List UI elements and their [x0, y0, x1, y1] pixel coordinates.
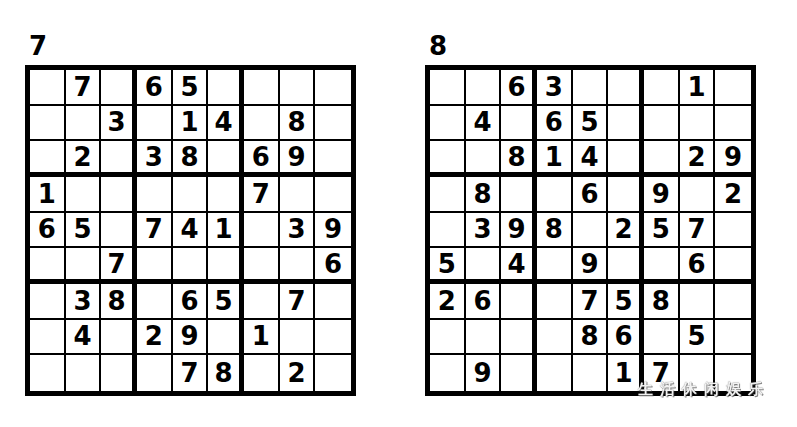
sudoku-cell-r7c9[interactable]: [715, 284, 751, 320]
sudoku-cell-r7c2[interactable]: 3: [66, 284, 102, 320]
sudoku-cell-r8c7[interactable]: 1: [244, 320, 280, 356]
sudoku-cell-r4c8[interactable]: [680, 177, 716, 213]
sudoku-cell-r5c9[interactable]: [715, 213, 751, 249]
sudoku-cell-r3c1[interactable]: [30, 141, 66, 177]
sudoku-cell-r3c9[interactable]: [315, 141, 351, 177]
sudoku-cell-r8c4[interactable]: 2: [137, 320, 173, 356]
sudoku-cell-r6c5[interactable]: 9: [573, 248, 609, 284]
sudoku-cell-r9c8[interactable]: 2: [280, 355, 316, 391]
sudoku-cell-r4c6[interactable]: [608, 177, 644, 213]
sudoku-cell-r6c8[interactable]: [280, 248, 316, 284]
sudoku-cell-r4c1[interactable]: [430, 177, 466, 213]
sudoku-cell-r6c2[interactable]: [66, 248, 102, 284]
sudoku-cell-r9c5[interactable]: [573, 355, 609, 391]
sudoku-cell-r4c2[interactable]: 8: [466, 177, 502, 213]
sudoku-cell-r7c2[interactable]: 6: [466, 284, 502, 320]
sudoku-cell-r8c8[interactable]: 5: [680, 320, 716, 356]
sudoku-cell-r2c1[interactable]: [30, 106, 66, 142]
sudoku-cell-r7c8[interactable]: 7: [280, 284, 316, 320]
sudoku-cell-r1c2[interactable]: [466, 70, 502, 106]
sudoku-cell-r4c4[interactable]: [537, 177, 573, 213]
sudoku-cell-r3c2[interactable]: [466, 141, 502, 177]
sudoku-cell-r8c4[interactable]: [537, 320, 573, 356]
sudoku-cell-r2c4[interactable]: 6: [537, 106, 573, 142]
sudoku-cell-r3c4[interactable]: 1: [537, 141, 573, 177]
sudoku-cell-r3c5[interactable]: 8: [173, 141, 209, 177]
sudoku-cell-r1c2[interactable]: 7: [66, 70, 102, 106]
sudoku-cell-r8c5[interactable]: 9: [173, 320, 209, 356]
sudoku-cell-r6c7[interactable]: [244, 248, 280, 284]
sudoku-cell-r1c9[interactable]: [315, 70, 351, 106]
sudoku-cell-r3c1[interactable]: [430, 141, 466, 177]
sudoku-cell-r6c4[interactable]: [537, 248, 573, 284]
sudoku-cell-r8c5[interactable]: 8: [573, 320, 609, 356]
sudoku-cell-r2c6[interactable]: [608, 106, 644, 142]
sudoku-cell-r5c9[interactable]: 9: [315, 213, 351, 249]
sudoku-cell-r1c7[interactable]: [644, 70, 680, 106]
sudoku-cell-r5c8[interactable]: 3: [280, 213, 316, 249]
sudoku-cell-r7c6[interactable]: 5: [608, 284, 644, 320]
sudoku-cell-r1c8[interactable]: 1: [680, 70, 716, 106]
sudoku-cell-r5c3[interactable]: [101, 213, 137, 249]
sudoku-cell-r2c9[interactable]: [715, 106, 751, 142]
sudoku-cell-r2c3[interactable]: 3: [101, 106, 137, 142]
sudoku-cell-r8c9[interactable]: [715, 320, 751, 356]
sudoku-cell-r1c5[interactable]: [573, 70, 609, 106]
sudoku-cell-r5c1[interactable]: [430, 213, 466, 249]
sudoku-cell-r7c1[interactable]: [30, 284, 66, 320]
sudoku-cell-r6c6[interactable]: [208, 248, 244, 284]
sudoku-cell-r9c7[interactable]: [244, 355, 280, 391]
sudoku-cell-r7c4[interactable]: [537, 284, 573, 320]
sudoku-cell-r1c3[interactable]: [101, 70, 137, 106]
sudoku-cell-r4c2[interactable]: [66, 177, 102, 213]
sudoku-cell-r9c8[interactable]: [680, 355, 716, 391]
sudoku-cell-r3c7[interactable]: [644, 141, 680, 177]
sudoku-cell-r8c7[interactable]: [644, 320, 680, 356]
sudoku-grid-8: 631465814298692398257549626758865917: [425, 65, 756, 396]
sudoku-cell-r7c5[interactable]: 7: [573, 284, 609, 320]
sudoku-cell-r8c3[interactable]: [101, 320, 137, 356]
sudoku-cell-r7c7[interactable]: 8: [644, 284, 680, 320]
sudoku-cell-r1c4[interactable]: 3: [537, 70, 573, 106]
sudoku-cell-r6c4[interactable]: [137, 248, 173, 284]
page: 7 8 76531482386917657413976386574291782 …: [0, 0, 797, 427]
sudoku-cell-r6c7[interactable]: [644, 248, 680, 284]
sudoku-cell-r5c7[interactable]: [244, 213, 280, 249]
sudoku-cell-r3c7[interactable]: 6: [244, 141, 280, 177]
sudoku-cell-r9c3[interactable]: [501, 355, 537, 391]
sudoku-cell-r3c4[interactable]: 3: [137, 141, 173, 177]
sudoku-cell-r6c2[interactable]: [466, 248, 502, 284]
sudoku-cell-r7c3[interactable]: 8: [101, 284, 137, 320]
sudoku-cell-r8c9[interactable]: [315, 320, 351, 356]
sudoku-cell-r9c7[interactable]: 7: [644, 355, 680, 391]
sudoku-cell-r2c3[interactable]: [501, 106, 537, 142]
sudoku-cell-r7c1[interactable]: 2: [430, 284, 466, 320]
sudoku-cell-r5c5[interactable]: 4: [173, 213, 209, 249]
sudoku-cell-r4c9[interactable]: [315, 177, 351, 213]
sudoku-cell-r7c6[interactable]: 5: [208, 284, 244, 320]
sudoku-cell-r6c1[interactable]: [30, 248, 66, 284]
sudoku-cell-r2c8[interactable]: [680, 106, 716, 142]
sudoku-cell-r8c8[interactable]: [280, 320, 316, 356]
sudoku-cell-r9c4[interactable]: [537, 355, 573, 391]
sudoku-cell-r4c7[interactable]: 7: [244, 177, 280, 213]
sudoku-cell-r5c3[interactable]: 9: [501, 213, 537, 249]
sudoku-grid-7: 76531482386917657413976386574291782: [25, 65, 356, 396]
sudoku-cell-r1c6[interactable]: [608, 70, 644, 106]
sudoku-cell-r2c5[interactable]: 5: [573, 106, 609, 142]
sudoku-cell-r4c9[interactable]: 2: [715, 177, 751, 213]
sudoku-cell-r8c2[interactable]: 4: [66, 320, 102, 356]
sudoku-cell-r2c7[interactable]: [244, 106, 280, 142]
sudoku-cell-r6c6[interactable]: [608, 248, 644, 284]
sudoku-cell-r9c5[interactable]: 7: [173, 355, 209, 391]
sudoku-cell-r1c8[interactable]: [280, 70, 316, 106]
sudoku-cell-r6c5[interactable]: [173, 248, 209, 284]
sudoku-cell-r4c6[interactable]: [208, 177, 244, 213]
sudoku-cell-r7c3[interactable]: [501, 284, 537, 320]
sudoku-cell-r4c5[interactable]: [173, 177, 209, 213]
sudoku-cell-r5c8[interactable]: 7: [680, 213, 716, 249]
sudoku-cell-r7c9[interactable]: [315, 284, 351, 320]
puzzle-label-7: 7: [29, 33, 47, 59]
sudoku-cell-r4c8[interactable]: [280, 177, 316, 213]
sudoku-cell-r7c4[interactable]: [137, 284, 173, 320]
sudoku-cell-r6c3[interactable]: 7: [101, 248, 137, 284]
sudoku-cell-r9c4[interactable]: [137, 355, 173, 391]
sudoku-cell-r3c8[interactable]: 2: [680, 141, 716, 177]
sudoku-cell-r4c7[interactable]: 9: [644, 177, 680, 213]
sudoku-cell-r9c2[interactable]: 9: [466, 355, 502, 391]
sudoku-cell-r1c1[interactable]: [30, 70, 66, 106]
sudoku-cell-r9c2[interactable]: [66, 355, 102, 391]
sudoku-cell-r6c3[interactable]: 4: [501, 248, 537, 284]
sudoku-cell-r1c1[interactable]: [430, 70, 466, 106]
sudoku-cell-r3c9[interactable]: 9: [715, 141, 751, 177]
sudoku-cell-r8c1[interactable]: [30, 320, 66, 356]
sudoku-cell-r2c2[interactable]: 4: [466, 106, 502, 142]
sudoku-cell-r9c9[interactable]: [715, 355, 751, 391]
sudoku-cell-r7c8[interactable]: [680, 284, 716, 320]
sudoku-cell-r3c5[interactable]: 4: [573, 141, 609, 177]
sudoku-cell-r3c8[interactable]: 9: [280, 141, 316, 177]
sudoku-cell-r6c8[interactable]: 6: [680, 248, 716, 284]
sudoku-cell-r9c9[interactable]: [315, 355, 351, 391]
puzzle-label-8: 8: [429, 33, 447, 59]
sudoku-cell-r3c3[interactable]: [101, 141, 137, 177]
sudoku-cell-r3c6[interactable]: [208, 141, 244, 177]
sudoku-cell-r4c3[interactable]: [501, 177, 537, 213]
sudoku-cell-r7c7[interactable]: [244, 284, 280, 320]
sudoku-cell-r5c2[interactable]: 3: [466, 213, 502, 249]
sudoku-cell-r3c6[interactable]: [608, 141, 644, 177]
sudoku-cell-r3c3[interactable]: 8: [501, 141, 537, 177]
sudoku-cell-r7c5[interactable]: 6: [173, 284, 209, 320]
sudoku-cell-r5c6[interactable]: 1: [208, 213, 244, 249]
sudoku-cell-r9c1[interactable]: [30, 355, 66, 391]
sudoku-cell-r2c5[interactable]: 1: [173, 106, 209, 142]
sudoku-cell-r6c9[interactable]: 6: [315, 248, 351, 284]
sudoku-cell-r1c9[interactable]: [715, 70, 751, 106]
sudoku-cell-r2c1[interactable]: [430, 106, 466, 142]
sudoku-cell-r8c1[interactable]: [430, 320, 466, 356]
sudoku-cell-r2c7[interactable]: [644, 106, 680, 142]
sudoku-cell-r9c6[interactable]: 8: [208, 355, 244, 391]
sudoku-cell-r5c4[interactable]: 8: [537, 213, 573, 249]
sudoku-cell-r5c4[interactable]: 7: [137, 213, 173, 249]
sudoku-cell-r8c2[interactable]: [466, 320, 502, 356]
sudoku-cell-r6c1[interactable]: 5: [430, 248, 466, 284]
sudoku-cell-r4c3[interactable]: [101, 177, 137, 213]
sudoku-cell-r5c6[interactable]: 2: [608, 213, 644, 249]
sudoku-cell-r2c2[interactable]: [66, 106, 102, 142]
sudoku-cell-r8c3[interactable]: [501, 320, 537, 356]
sudoku-cell-r1c7[interactable]: [244, 70, 280, 106]
sudoku-cell-r2c6[interactable]: 4: [208, 106, 244, 142]
sudoku-cell-r9c3[interactable]: [101, 355, 137, 391]
sudoku-cell-r1c5[interactable]: 5: [173, 70, 209, 106]
sudoku-cell-r1c4[interactable]: 6: [137, 70, 173, 106]
sudoku-cell-r5c2[interactable]: 5: [66, 213, 102, 249]
sudoku-cell-r2c9[interactable]: [315, 106, 351, 142]
sudoku-cell-r6c9[interactable]: [715, 248, 751, 284]
sudoku-cell-r4c5[interactable]: 6: [573, 177, 609, 213]
sudoku-cell-r2c4[interactable]: [137, 106, 173, 142]
sudoku-cell-r5c7[interactable]: 5: [644, 213, 680, 249]
sudoku-cell-r8c6[interactable]: [208, 320, 244, 356]
sudoku-cell-r1c3[interactable]: 6: [501, 70, 537, 106]
sudoku-cell-r4c1[interactable]: 1: [30, 177, 66, 213]
sudoku-cell-r9c1[interactable]: [430, 355, 466, 391]
sudoku-cell-r9c6[interactable]: 1: [608, 355, 644, 391]
sudoku-cell-r8c6[interactable]: 6: [608, 320, 644, 356]
sudoku-cell-r2c8[interactable]: 8: [280, 106, 316, 142]
sudoku-cell-r4c4[interactable]: [137, 177, 173, 213]
sudoku-cell-r1c6[interactable]: [208, 70, 244, 106]
sudoku-cell-r5c5[interactable]: [573, 213, 609, 249]
sudoku-cell-r3c2[interactable]: 2: [66, 141, 102, 177]
sudoku-cell-r5c1[interactable]: 6: [30, 213, 66, 249]
